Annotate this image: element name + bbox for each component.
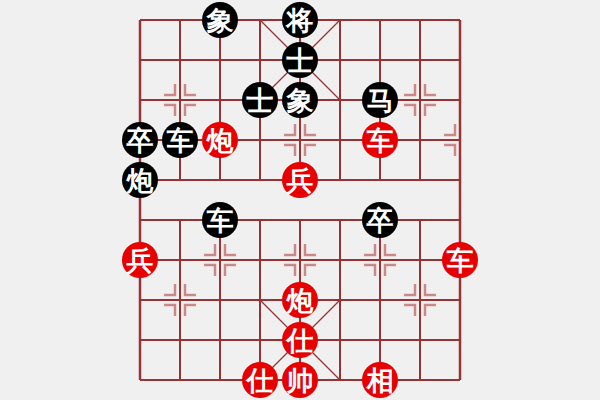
piece-black-advisor[interactable]: 士 xyxy=(242,82,278,118)
piece-black-soldier[interactable]: 卒 xyxy=(122,122,158,158)
piece-black-advisor[interactable]: 士 xyxy=(282,42,318,78)
piece-black-horse[interactable]: 马 xyxy=(362,82,398,118)
piece-black-elephant[interactable]: 象 xyxy=(202,2,238,38)
piece-red-cannon[interactable]: 炮 xyxy=(282,282,318,318)
xiangqi-board[interactable]: 象将士士象马卒车炮车炮兵车卒兵车炮仕仕帅相 xyxy=(120,0,480,400)
piece-red-chariot[interactable]: 车 xyxy=(362,122,398,158)
piece-red-chariot[interactable]: 车 xyxy=(442,242,478,278)
piece-red-elephant[interactable]: 相 xyxy=(362,362,398,398)
piece-black-chariot[interactable]: 车 xyxy=(202,202,238,238)
piece-black-general[interactable]: 将 xyxy=(282,2,318,38)
piece-red-advisor[interactable]: 仕 xyxy=(282,322,318,358)
piece-black-elephant[interactable]: 象 xyxy=(282,82,318,118)
screenshot: 象将士士象马卒车炮车炮兵车卒兵车炮仕仕帅相 xyxy=(0,0,600,400)
piece-red-soldier[interactable]: 兵 xyxy=(282,162,318,198)
piece-red-general[interactable]: 帅 xyxy=(282,362,318,398)
piece-red-advisor[interactable]: 仕 xyxy=(242,362,278,398)
piece-red-cannon[interactable]: 炮 xyxy=(202,122,238,158)
piece-black-chariot[interactable]: 车 xyxy=(162,122,198,158)
piece-black-cannon[interactable]: 炮 xyxy=(122,162,158,198)
piece-red-soldier[interactable]: 兵 xyxy=(122,242,158,278)
piece-black-soldier[interactable]: 卒 xyxy=(362,202,398,238)
